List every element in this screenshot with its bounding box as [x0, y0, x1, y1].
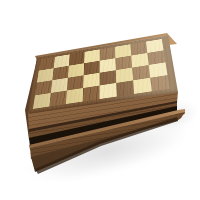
chess-board-top-face: [28, 35, 178, 114]
board-sheen-overlay: [28, 35, 178, 114]
box-drop-shadow-right: [148, 98, 200, 135]
chess-box-photo: [0, 0, 200, 200]
